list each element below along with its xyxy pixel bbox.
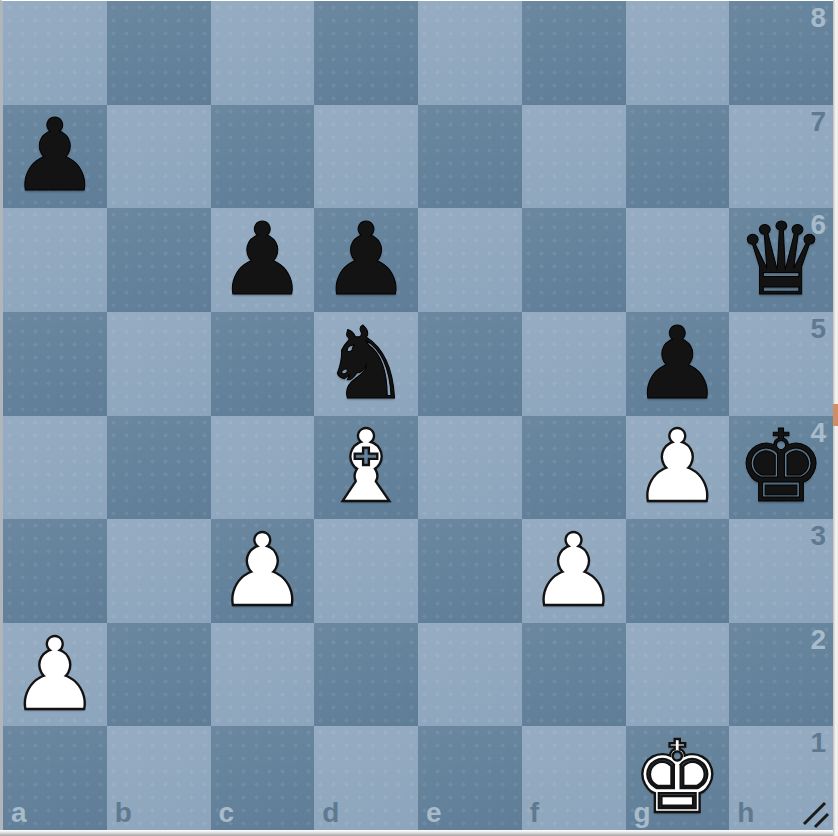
rank-label-8: 8 xyxy=(810,4,826,32)
file-label-f: f xyxy=(530,799,539,827)
square-d4[interactable]: ♝ xyxy=(314,416,418,520)
square-a6[interactable] xyxy=(3,208,107,312)
white-pawn[interactable]: ♟ xyxy=(626,416,730,520)
square-c2[interactable] xyxy=(211,623,315,727)
black-queen[interactable]: ♛ xyxy=(729,208,833,312)
square-b3[interactable] xyxy=(107,519,211,623)
square-c3[interactable]: ♟ xyxy=(211,519,315,623)
rank-label-3: 3 xyxy=(810,522,826,550)
square-g2[interactable] xyxy=(626,623,730,727)
square-a4[interactable] xyxy=(3,416,107,520)
square-c4[interactable] xyxy=(211,416,315,520)
square-a3[interactable] xyxy=(3,519,107,623)
file-label-c: c xyxy=(219,799,235,827)
square-g5[interactable]: ♟ xyxy=(626,312,730,416)
chess-board[interactable]: 8♟7♟♟6♛♞♟5♝♟4♚♟♟3♟2abcdefg♚1h xyxy=(0,0,833,830)
file-label-d: d xyxy=(322,799,339,827)
vertical-scrollbar-track[interactable] xyxy=(833,0,838,836)
rank-label-1: 1 xyxy=(810,729,826,757)
square-e7[interactable] xyxy=(418,105,522,209)
square-g8[interactable] xyxy=(626,1,730,105)
square-c5[interactable] xyxy=(211,312,315,416)
square-b8[interactable] xyxy=(107,1,211,105)
black-pawn[interactable]: ♟ xyxy=(626,312,730,416)
square-h6[interactable]: 6♛ xyxy=(729,208,833,312)
square-d2[interactable] xyxy=(314,623,418,727)
square-f7[interactable] xyxy=(522,105,626,209)
square-g7[interactable] xyxy=(626,105,730,209)
black-knight[interactable]: ♞ xyxy=(314,312,418,416)
chess-app-window: 8♟7♟♟6♛♞♟5♝♟4♚♟♟3♟2abcdefg♚1h xyxy=(0,0,838,836)
rank-label-2: 2 xyxy=(810,626,826,654)
square-c1[interactable]: c xyxy=(211,726,315,830)
square-c8[interactable] xyxy=(211,1,315,105)
square-d6[interactable]: ♟ xyxy=(314,208,418,312)
square-f1[interactable]: f xyxy=(522,726,626,830)
square-h7[interactable]: 7 xyxy=(729,105,833,209)
square-e6[interactable] xyxy=(418,208,522,312)
square-e4[interactable] xyxy=(418,416,522,520)
square-a7[interactable]: ♟ xyxy=(3,105,107,209)
black-king[interactable]: ♚ xyxy=(729,416,833,520)
square-f2[interactable] xyxy=(522,623,626,727)
vertical-scrollbar-thumb[interactable] xyxy=(833,404,838,426)
square-f8[interactable] xyxy=(522,1,626,105)
square-c6[interactable]: ♟ xyxy=(211,208,315,312)
white-pawn[interactable]: ♟ xyxy=(211,519,315,623)
square-d7[interactable] xyxy=(314,105,418,209)
square-b6[interactable] xyxy=(107,208,211,312)
square-b7[interactable] xyxy=(107,105,211,209)
square-h3[interactable]: 3 xyxy=(729,519,833,623)
square-h8[interactable]: 8 xyxy=(729,1,833,105)
square-e2[interactable] xyxy=(418,623,522,727)
square-b2[interactable] xyxy=(107,623,211,727)
square-f4[interactable] xyxy=(522,416,626,520)
square-h4[interactable]: 4♚ xyxy=(729,416,833,520)
white-bishop[interactable]: ♝ xyxy=(314,416,418,520)
square-e3[interactable] xyxy=(418,519,522,623)
square-h5[interactable]: 5 xyxy=(729,312,833,416)
square-e1[interactable]: e xyxy=(418,726,522,830)
white-king[interactable]: ♚ xyxy=(626,726,730,830)
square-a5[interactable] xyxy=(3,312,107,416)
square-a1[interactable]: a xyxy=(3,726,107,830)
square-b5[interactable] xyxy=(107,312,211,416)
file-label-h: h xyxy=(737,799,754,827)
black-pawn[interactable]: ♟ xyxy=(211,208,315,312)
black-pawn[interactable]: ♟ xyxy=(314,208,418,312)
square-g6[interactable] xyxy=(626,208,730,312)
white-pawn[interactable]: ♟ xyxy=(522,519,626,623)
square-e5[interactable] xyxy=(418,312,522,416)
square-g1[interactable]: g♚ xyxy=(626,726,730,830)
file-label-a: a xyxy=(11,799,27,827)
square-e8[interactable] xyxy=(418,1,522,105)
square-b1[interactable]: b xyxy=(107,726,211,830)
square-a8[interactable] xyxy=(3,1,107,105)
square-b4[interactable] xyxy=(107,416,211,520)
square-g4[interactable]: ♟ xyxy=(626,416,730,520)
square-c7[interactable] xyxy=(211,105,315,209)
rank-label-5: 5 xyxy=(810,315,826,343)
square-f6[interactable] xyxy=(522,208,626,312)
file-label-b: b xyxy=(115,799,132,827)
square-d1[interactable]: d xyxy=(314,726,418,830)
square-f5[interactable] xyxy=(522,312,626,416)
square-h2[interactable]: 2 xyxy=(729,623,833,727)
rank-label-7: 7 xyxy=(810,108,826,136)
square-d8[interactable] xyxy=(314,1,418,105)
square-d5[interactable]: ♞ xyxy=(314,312,418,416)
black-pawn[interactable]: ♟ xyxy=(3,105,107,209)
file-label-e: e xyxy=(426,799,442,827)
square-a2[interactable]: ♟ xyxy=(3,623,107,727)
white-pawn[interactable]: ♟ xyxy=(3,623,107,727)
resize-handle-icon[interactable] xyxy=(798,797,832,831)
square-d3[interactable] xyxy=(314,519,418,623)
square-f3[interactable]: ♟ xyxy=(522,519,626,623)
square-g3[interactable] xyxy=(626,519,730,623)
